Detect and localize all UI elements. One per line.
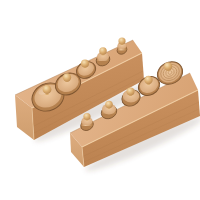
knob-ball — [83, 113, 90, 120]
product-image-svg — [0, 0, 200, 200]
knob-ball — [63, 73, 71, 81]
knob-ball — [105, 101, 113, 109]
product-photo — [0, 0, 200, 200]
knob-ball — [81, 60, 89, 68]
knob-ball — [118, 37, 125, 44]
knob-ball — [99, 47, 107, 55]
knob-ball — [144, 76, 152, 84]
knob-ball — [127, 88, 135, 96]
knob-ball — [43, 85, 52, 94]
knob-ball — [164, 62, 172, 70]
